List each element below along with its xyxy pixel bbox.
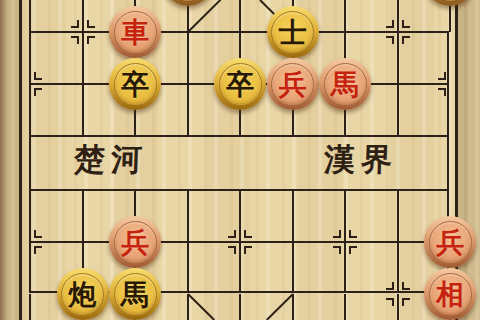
piece-red-elephant[interactable]: 相 [424, 268, 476, 320]
piece-red-horse[interactable]: 馬 [319, 58, 371, 110]
point-marker [386, 282, 394, 290]
piece-face: 卒 [219, 63, 262, 106]
point-marker [349, 230, 357, 238]
piece-face: 馬 [324, 63, 367, 106]
piece-face: 兵 [429, 221, 472, 264]
file-line [344, 294, 346, 320]
xiangqi-board[interactable]: 楚河 漢界 車士卒卒兵馬兵兵炮馬相 [0, 0, 480, 320]
file-line [239, 0, 241, 32]
file-line [187, 294, 189, 320]
board-cell [397, 135, 450, 189]
point-marker [34, 72, 42, 80]
point-marker [34, 230, 42, 238]
piece-face: 卒 [114, 63, 157, 106]
piece-face: 相 [429, 273, 472, 316]
piece-glyph: 兵 [121, 228, 149, 257]
piece-glyph: 卒 [226, 70, 254, 99]
point-marker [402, 282, 410, 290]
point-marker [386, 20, 394, 28]
point-marker [333, 246, 341, 254]
piece-face [429, 0, 472, 2]
point-marker [402, 36, 410, 44]
point-marker [244, 230, 252, 238]
file-line [29, 0, 31, 32]
piece-face: 馬 [114, 273, 157, 316]
piece-black-horse[interactable]: 馬 [109, 268, 161, 320]
piece-red-soldier[interactable]: 兵 [109, 216, 161, 268]
wood-grain-streak [0, 0, 8, 320]
point-marker [386, 36, 394, 44]
piece-face: 兵 [114, 221, 157, 264]
point-marker [71, 36, 79, 44]
point-marker [228, 230, 236, 238]
piece-glyph: 士 [279, 18, 307, 47]
piece-black-soldier[interactable]: 卒 [109, 58, 161, 110]
file-line [29, 294, 31, 320]
point-marker [386, 298, 394, 306]
piece-face: 士 [271, 11, 314, 54]
piece-glyph: 炮 [69, 280, 97, 309]
point-marker [333, 230, 341, 238]
piece-glyph: 兵 [279, 70, 307, 99]
point-marker [438, 88, 446, 96]
point-marker [244, 246, 252, 254]
piece-red-chariot[interactable]: 車 [109, 6, 161, 58]
file-line [397, 0, 399, 32]
piece-black-advisor[interactable]: 士 [267, 6, 319, 58]
piece-face: 炮 [61, 273, 104, 316]
piece-glyph: 車 [121, 18, 149, 47]
file-line [292, 294, 294, 320]
file-line [239, 294, 241, 320]
file-line [344, 0, 346, 32]
piece-black-cannon[interactable]: 炮 [57, 268, 109, 320]
point-marker [438, 72, 446, 80]
piece-face: 兵 [271, 63, 314, 106]
file-line [397, 294, 399, 320]
point-marker [71, 20, 79, 28]
piece-red-soldier[interactable]: 兵 [267, 58, 319, 110]
point-marker [34, 88, 42, 96]
point-marker [228, 246, 236, 254]
point-marker [349, 246, 357, 254]
piece-face: 車 [114, 11, 157, 54]
piece-black-soldier[interactable]: 卒 [214, 58, 266, 110]
board-cell [239, 135, 292, 189]
board-border-left [19, 0, 22, 320]
piece-glyph: 馬 [331, 70, 359, 99]
point-marker [34, 246, 42, 254]
point-marker [402, 298, 410, 306]
piece-glyph: 兵 [436, 228, 464, 257]
river-label-han-jie: 漢界 [323, 144, 398, 175]
file-line [82, 0, 84, 32]
piece-face [166, 0, 209, 2]
piece-glyph: 馬 [121, 280, 149, 309]
river-label-chu-he: 楚河 [73, 144, 148, 175]
point-marker [87, 36, 95, 44]
piece-glyph: 卒 [121, 70, 149, 99]
board-cell [187, 135, 240, 189]
point-marker [87, 20, 95, 28]
piece-red-soldier[interactable]: 兵 [424, 216, 476, 268]
point-marker [402, 20, 410, 28]
piece-glyph: 相 [436, 280, 464, 309]
